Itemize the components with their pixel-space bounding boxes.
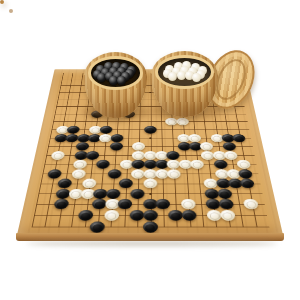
go-stone-white: ○ [200,142,214,150]
star-point [149,137,152,139]
go-stone-white: ○ [176,118,189,126]
white-bowl-cavity [155,55,214,89]
go-stone-black: ● [213,160,227,169]
go-stone-white: ○ [72,160,86,169]
go-stone-black: ● [57,179,72,189]
go-stone-white: ○ [181,199,196,209]
go-stone-black: ● [143,221,158,232]
go-stone-black: ● [85,151,99,160]
star-point [149,92,151,93]
go-stone-white: ○ [188,134,201,142]
go-stone-black: ● [109,142,122,150]
go-stone-white: ○ [219,210,235,221]
go-stone-black: ● [119,179,133,189]
go-stone-white: ○ [71,169,86,178]
go-stone-white: ○ [167,169,181,178]
bowl-white-stone [168,72,177,81]
go-stone-black: ● [110,134,123,142]
go-stone-black: ● [67,126,81,134]
go-stone-white: ○ [143,179,157,189]
black-stone-pile [91,59,140,87]
go-stone-black: ● [47,169,62,178]
go-stone-white: ○ [190,160,204,169]
go-stone-white: ○ [236,160,251,169]
go-stone-black: ● [54,199,70,209]
go-stone-black: ● [166,151,179,160]
go-stone-black: ● [238,169,253,178]
go-stone-black: ● [78,210,94,221]
go-stone-black: ● [240,179,255,189]
go-stone-black: ● [105,189,120,199]
go-stone-black: ● [117,199,132,209]
go-stone-black: ● [89,221,105,232]
go-stone-white: ○ [132,142,145,150]
go-stone-black: ● [144,126,156,134]
go-stone-black: ● [218,199,234,209]
white-stone-pile [158,58,211,86]
star-point [149,193,152,195]
board-ground-shadow [26,241,278,246]
go-stone-black: ● [222,142,236,150]
go-stone-white: ○ [104,210,119,221]
go-stone-black: ● [130,210,145,221]
go-stone-black: ● [107,169,121,178]
go-stone-black: ● [155,199,169,209]
go-stone-black: ● [75,142,89,150]
go-stone-white: ○ [243,199,259,209]
go-stone-white: ○ [82,179,97,189]
board-scene: ●●○○○●○●●●●●●○●○○○●●●●○●●○●○●●○○○●○○○○●○… [17,0,283,235]
black-bowl-cavity [88,56,143,90]
go-stone-black: ● [217,189,232,199]
go-stone-black: ● [232,134,246,142]
bowl-lid-left [0,0,4,4]
go-set-product-photo: ●●○○○●○●●●●●●○●○○○●●●●○●●○●○●●○○○●○○○○●○… [0,0,300,300]
go-stone-white: ○ [51,151,66,160]
go-stone-white: ○ [224,151,238,160]
go-stone-black: ● [181,210,196,221]
board-front-edge [16,233,284,241]
go-stone-black: ● [143,210,158,221]
bowl-white-stone [192,73,201,82]
go-stone-black: ● [130,189,144,199]
go-stone-black: ● [100,126,113,134]
go-stone-black: ● [96,160,110,169]
bowl-black-stone [117,76,126,85]
